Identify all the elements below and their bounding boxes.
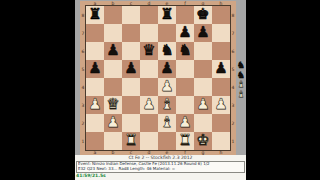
square-a6[interactable] (86, 42, 104, 60)
white-pawn-piece: ♟ (86, 96, 104, 114)
white-pawn-piece: ♟ (212, 96, 230, 114)
board-grid: ♜♜♚♟♟♟♛♞♞♟♟♟♟♟♟♛♟♝♟♟♟♝♟♜♜♚ (86, 6, 230, 150)
square-c6[interactable] (122, 42, 140, 60)
white-pawn-piece: ♟ (158, 78, 176, 96)
chess-gui-area: abcdefgh 87654321 ♜♜♚♟♟♟♛♞♞♟♟♟♟♟♟♛♟♝♟♟♟♝… (75, 0, 246, 180)
square-e4[interactable]: ♟ (158, 78, 176, 96)
square-e8[interactable]: ♜ (158, 6, 176, 24)
black-pawn-piece: ♟ (158, 60, 176, 78)
square-h1[interactable] (212, 132, 230, 150)
square-b8[interactable] (104, 6, 122, 24)
square-f7[interactable]: ♟ (176, 24, 194, 42)
white-pawn-piece: ♟ (194, 96, 212, 114)
square-g2[interactable] (194, 114, 212, 132)
square-a3[interactable]: ♟ (86, 96, 104, 114)
square-f1[interactable]: ♜ (176, 132, 194, 150)
white-pawn-piece: ♟ (104, 114, 122, 132)
square-d8[interactable] (140, 6, 158, 24)
white-rook-piece: ♜ (176, 132, 194, 150)
square-c5[interactable]: ♟ (122, 60, 140, 78)
black-pawn-piece: ♟ (212, 60, 230, 78)
square-g1[interactable]: ♚ (194, 132, 212, 150)
white-king-piece: ♚ (194, 132, 212, 150)
square-d7[interactable] (140, 24, 158, 42)
black-pawn-piece: ♟ (86, 60, 104, 78)
square-h6[interactable] (212, 42, 230, 60)
square-b2[interactable]: ♟ (104, 114, 122, 132)
square-g6[interactable] (194, 42, 212, 60)
square-e3[interactable]: ♝ (158, 96, 176, 114)
square-h2[interactable] (212, 114, 230, 132)
square-b7[interactable] (104, 24, 122, 42)
coord-label-7: 7 (230, 24, 236, 42)
white-pawn-piece: ♟ (176, 114, 194, 132)
square-d3[interactable]: ♟ (140, 96, 158, 114)
square-a2[interactable] (86, 114, 104, 132)
square-e2[interactable]: ♝ (158, 114, 176, 132)
black-rook-piece: ♜ (86, 6, 104, 24)
square-c1[interactable]: ♜ (122, 132, 140, 150)
square-a7[interactable] (86, 24, 104, 42)
white-pawn-piece: ♟ (140, 96, 158, 114)
video-frame: abcdefgh 87654321 ♜♜♚♟♟♟♛♞♞♟♟♟♟♟♟♛♟♝♟♟♟♝… (0, 0, 320, 180)
square-b4[interactable] (104, 78, 122, 96)
square-c3[interactable] (122, 96, 140, 114)
square-h4[interactable] (212, 78, 230, 96)
black-pawn-piece: ♟ (104, 42, 122, 60)
black-rook-piece: ♜ (158, 6, 176, 24)
square-e5[interactable]: ♟ (158, 60, 176, 78)
square-f3[interactable] (176, 96, 194, 114)
square-f2[interactable]: ♟ (176, 114, 194, 132)
square-h8[interactable] (212, 6, 230, 24)
coord-label-2: 2 (230, 114, 236, 132)
coord-label-6: 6 (230, 42, 236, 60)
black-queen-piece: ♛ (140, 42, 158, 60)
black-pawn-piece: ♟ (176, 24, 194, 42)
square-c8[interactable] (122, 6, 140, 24)
game-info-box: Event: Nimzo Indian Defense, Castle Fe (… (76, 161, 245, 173)
black-pawn-piece: ♟ (122, 60, 140, 78)
square-a4[interactable] (86, 78, 104, 96)
black-pawn-piece: ♟ (194, 24, 212, 42)
square-d4[interactable] (140, 78, 158, 96)
square-d5[interactable] (140, 60, 158, 78)
white-bishop-piece: ♝ (158, 114, 176, 132)
square-c2[interactable] (122, 114, 140, 132)
square-g7[interactable]: ♟ (194, 24, 212, 42)
square-a1[interactable] (86, 132, 104, 150)
black-knight-piece: ♞ (158, 42, 176, 60)
white-rook-piece: ♜ (122, 132, 140, 150)
square-d6[interactable]: ♛ (140, 42, 158, 60)
square-e6[interactable]: ♞ (158, 42, 176, 60)
engine-clock: 41:59/21.5s (76, 173, 246, 179)
square-h3[interactable]: ♟ (212, 96, 230, 114)
square-b1[interactable] (104, 132, 122, 150)
black-king-piece: ♚ (194, 6, 212, 24)
square-a5[interactable]: ♟ (86, 60, 104, 78)
black-knight-piece: ♞ (176, 42, 194, 60)
analysis-info: E32 Q23 Next: 33... Rad8 Length: 46 Mate… (78, 167, 243, 172)
square-b6[interactable]: ♟ (104, 42, 122, 60)
white-queen-piece: ♛ (104, 96, 122, 114)
chess-board: abcdefgh 87654321 ♜♜♚♟♟♟♛♞♞♟♟♟♟♟♟♛♟♝♟♟♟♝… (80, 1, 236, 155)
coord-label-8: 8 (230, 6, 236, 24)
square-h5[interactable]: ♟ (212, 60, 230, 78)
square-g8[interactable]: ♚ (194, 6, 212, 24)
square-g4[interactable] (194, 78, 212, 96)
square-d1[interactable] (140, 132, 158, 150)
captured-white-bishop-icon: ♝ (236, 90, 246, 100)
square-e7[interactable] (158, 24, 176, 42)
square-h7[interactable] (212, 24, 230, 42)
square-f6[interactable]: ♞ (176, 42, 194, 60)
square-b5[interactable] (104, 60, 122, 78)
square-a8[interactable]: ♜ (86, 6, 104, 24)
square-c7[interactable] (122, 24, 140, 42)
info-panel: Ct Fe 2 -- Stockfish 2.3 2012 Event: Nim… (75, 155, 246, 180)
square-f8[interactable] (176, 6, 194, 24)
square-g3[interactable]: ♟ (194, 96, 212, 114)
coord-label-1: 1 (230, 132, 236, 150)
square-g5[interactable] (194, 60, 212, 78)
square-f4[interactable] (176, 78, 194, 96)
white-bishop-piece: ♝ (158, 96, 176, 114)
square-d2[interactable] (140, 114, 158, 132)
captured-pieces-tray: ♞♞♝♝ (236, 61, 246, 99)
square-b3[interactable]: ♛ (104, 96, 122, 114)
square-e1[interactable] (158, 132, 176, 150)
square-f5[interactable] (176, 60, 194, 78)
square-c4[interactable] (122, 78, 140, 96)
